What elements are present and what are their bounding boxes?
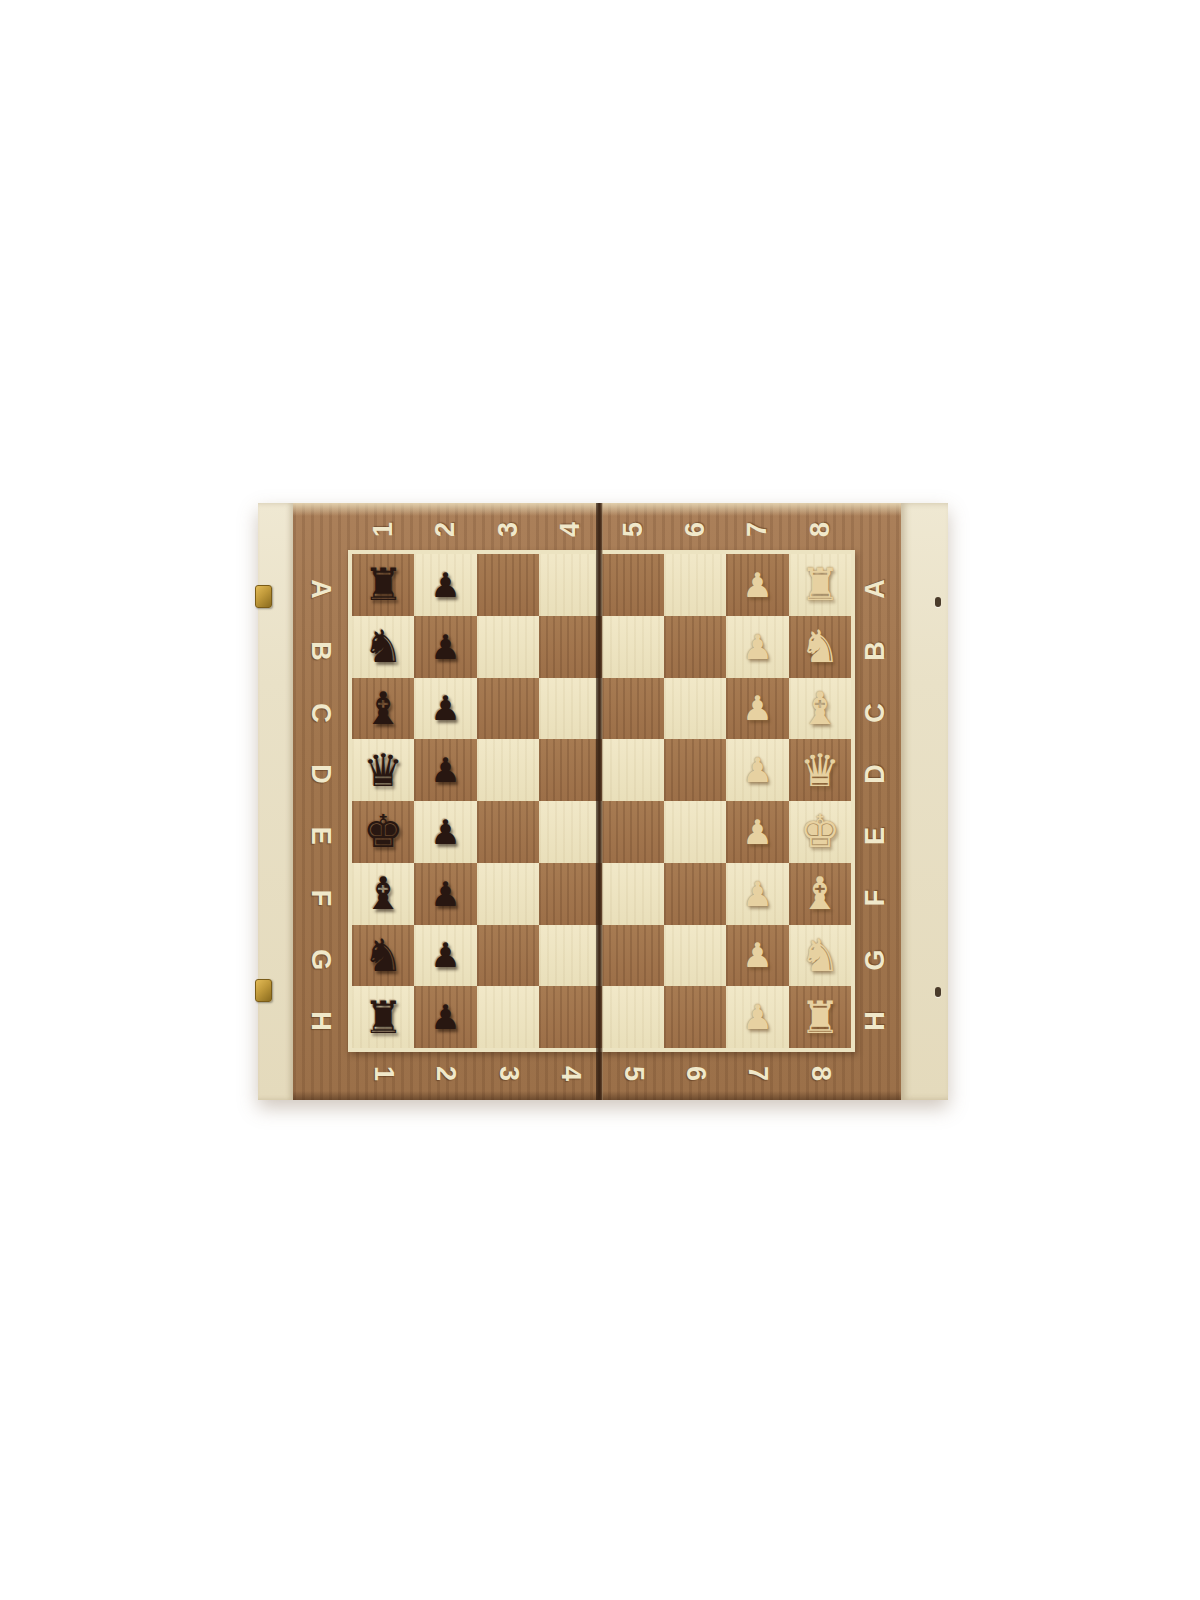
square-D3[interactable] (477, 739, 539, 801)
piece-light-bishop[interactable]: ♝ (800, 686, 840, 731)
square-G7[interactable]: ♟ (726, 925, 788, 987)
file-label-C: C (290, 685, 352, 740)
piece-dark-pawn[interactable]: ♟ (430, 753, 460, 787)
rail-right: ABCDEFGH (853, 558, 899, 1052)
piece-dark-pawn[interactable]: ♟ (430, 1000, 460, 1034)
square-H5[interactable] (602, 986, 664, 1048)
square-E8[interactable]: ♚ (789, 801, 851, 863)
piece-dark-rook[interactable]: ♜ (363, 995, 403, 1040)
piece-light-pawn[interactable]: ♟ (742, 691, 772, 725)
square-H3[interactable] (477, 986, 539, 1048)
piece-dark-king[interactable]: ♚ (363, 809, 403, 854)
square-B8[interactable]: ♞ (789, 616, 851, 678)
square-B2[interactable]: ♟ (414, 616, 476, 678)
square-C7[interactable]: ♟ (726, 678, 788, 740)
square-H6[interactable] (664, 986, 726, 1048)
square-C3[interactable] (477, 678, 539, 740)
square-A2[interactable]: ♟ (414, 554, 476, 616)
square-G1[interactable]: ♞ (352, 925, 414, 987)
square-G3[interactable] (477, 925, 539, 987)
square-D2[interactable]: ♟ (414, 739, 476, 801)
file-label-G: G (290, 932, 352, 987)
square-G5[interactable] (602, 925, 664, 987)
square-C1[interactable]: ♝ (352, 678, 414, 740)
piece-dark-knight[interactable]: ♞ (363, 624, 403, 669)
square-B6[interactable] (664, 616, 726, 678)
square-A5[interactable] (602, 554, 664, 616)
board-side-strip-left (258, 503, 293, 1100)
piece-dark-bishop[interactable]: ♝ (363, 686, 403, 731)
hinge-pin (935, 597, 941, 607)
square-D7[interactable]: ♟ (726, 739, 788, 801)
square-F3[interactable] (477, 863, 539, 925)
piece-dark-pawn[interactable]: ♟ (430, 815, 460, 849)
square-F5[interactable] (602, 863, 664, 925)
square-C5[interactable] (602, 678, 664, 740)
square-E5[interactable] (602, 801, 664, 863)
piece-light-queen[interactable]: ♛ (800, 748, 840, 793)
board-side-strip-right (901, 503, 948, 1100)
square-E7[interactable]: ♟ (726, 801, 788, 863)
square-A7[interactable]: ♟ (726, 554, 788, 616)
square-E2[interactable]: ♟ (414, 801, 476, 863)
chess-board-box: 12345678 12345678 ABCDEFGH ABCDEFGH ♜♟♟♜… (258, 503, 948, 1100)
square-A8[interactable]: ♜ (789, 554, 851, 616)
piece-light-pawn[interactable]: ♟ (742, 753, 772, 787)
piece-dark-pawn[interactable]: ♟ (430, 938, 460, 972)
file-label-E: E (290, 808, 352, 863)
file-label-F: F (290, 870, 352, 925)
piece-dark-knight[interactable]: ♞ (363, 933, 403, 978)
square-A3[interactable] (477, 554, 539, 616)
square-A6[interactable] (664, 554, 726, 616)
square-E4[interactable] (539, 801, 601, 863)
square-A4[interactable] (539, 554, 601, 616)
piece-dark-pawn[interactable]: ♟ (430, 568, 460, 602)
square-E3[interactable] (477, 801, 539, 863)
square-B1[interactable]: ♞ (352, 616, 414, 678)
piece-dark-queen[interactable]: ♛ (363, 748, 403, 793)
square-H4[interactable] (539, 986, 601, 1048)
piece-light-pawn[interactable]: ♟ (742, 815, 772, 849)
brass-hinge (255, 585, 272, 608)
square-D1[interactable]: ♛ (352, 739, 414, 801)
file-label-A: A (290, 561, 352, 616)
piece-light-bishop[interactable]: ♝ (800, 871, 840, 916)
file-label-D: D (290, 747, 352, 802)
piece-light-rook[interactable]: ♜ (800, 562, 840, 607)
square-G4[interactable] (539, 925, 601, 987)
hinge-pin (935, 987, 941, 997)
square-B3[interactable] (477, 616, 539, 678)
piece-dark-rook[interactable]: ♜ (363, 562, 403, 607)
piece-dark-pawn[interactable]: ♟ (430, 691, 460, 725)
square-E6[interactable] (664, 801, 726, 863)
piece-light-pawn[interactable]: ♟ (742, 1000, 772, 1034)
square-C4[interactable] (539, 678, 601, 740)
square-B4[interactable] (539, 616, 601, 678)
square-H1[interactable]: ♜ (352, 986, 414, 1048)
square-G2[interactable]: ♟ (414, 925, 476, 987)
square-H8[interactable]: ♜ (789, 986, 851, 1048)
piece-light-pawn[interactable]: ♟ (742, 630, 772, 664)
piece-dark-pawn[interactable]: ♟ (430, 630, 460, 664)
piece-light-pawn[interactable]: ♟ (742, 938, 772, 972)
square-F4[interactable] (539, 863, 601, 925)
square-C6[interactable] (664, 678, 726, 740)
square-B5[interactable] (602, 616, 664, 678)
square-F1[interactable]: ♝ (352, 863, 414, 925)
square-F7[interactable]: ♟ (726, 863, 788, 925)
square-D4[interactable] (539, 739, 601, 801)
piece-dark-pawn[interactable]: ♟ (430, 877, 460, 911)
rail-left: ABCDEFGH (293, 558, 348, 1052)
square-G6[interactable] (664, 925, 726, 987)
piece-light-rook[interactable]: ♜ (800, 995, 840, 1040)
piece-light-king[interactable]: ♚ (800, 809, 840, 854)
square-H2[interactable]: ♟ (414, 986, 476, 1048)
square-E1[interactable]: ♚ (352, 801, 414, 863)
square-B7[interactable]: ♟ (726, 616, 788, 678)
file-label-H: H (290, 994, 352, 1049)
piece-dark-bishop[interactable]: ♝ (363, 871, 403, 916)
piece-light-pawn[interactable]: ♟ (742, 877, 772, 911)
square-F8[interactable]: ♝ (789, 863, 851, 925)
square-H7[interactable]: ♟ (726, 986, 788, 1048)
square-D6[interactable] (664, 739, 726, 801)
brass-hinge (255, 979, 272, 1002)
square-F2[interactable]: ♟ (414, 863, 476, 925)
square-D8[interactable]: ♛ (789, 739, 851, 801)
square-C8[interactable]: ♝ (789, 678, 851, 740)
piece-light-knight[interactable]: ♞ (800, 624, 840, 669)
piece-light-knight[interactable]: ♞ (800, 933, 840, 978)
square-A1[interactable]: ♜ (352, 554, 414, 616)
piece-light-pawn[interactable]: ♟ (742, 568, 772, 602)
board-frame: 12345678 12345678 ABCDEFGH ABCDEFGH ♜♟♟♜… (293, 503, 901, 1100)
square-C2[interactable]: ♟ (414, 678, 476, 740)
file-label-B: B (290, 623, 352, 678)
square-G8[interactable]: ♞ (789, 925, 851, 987)
square-D5[interactable] (602, 739, 664, 801)
square-F6[interactable] (664, 863, 726, 925)
fold-seam (596, 503, 603, 1100)
